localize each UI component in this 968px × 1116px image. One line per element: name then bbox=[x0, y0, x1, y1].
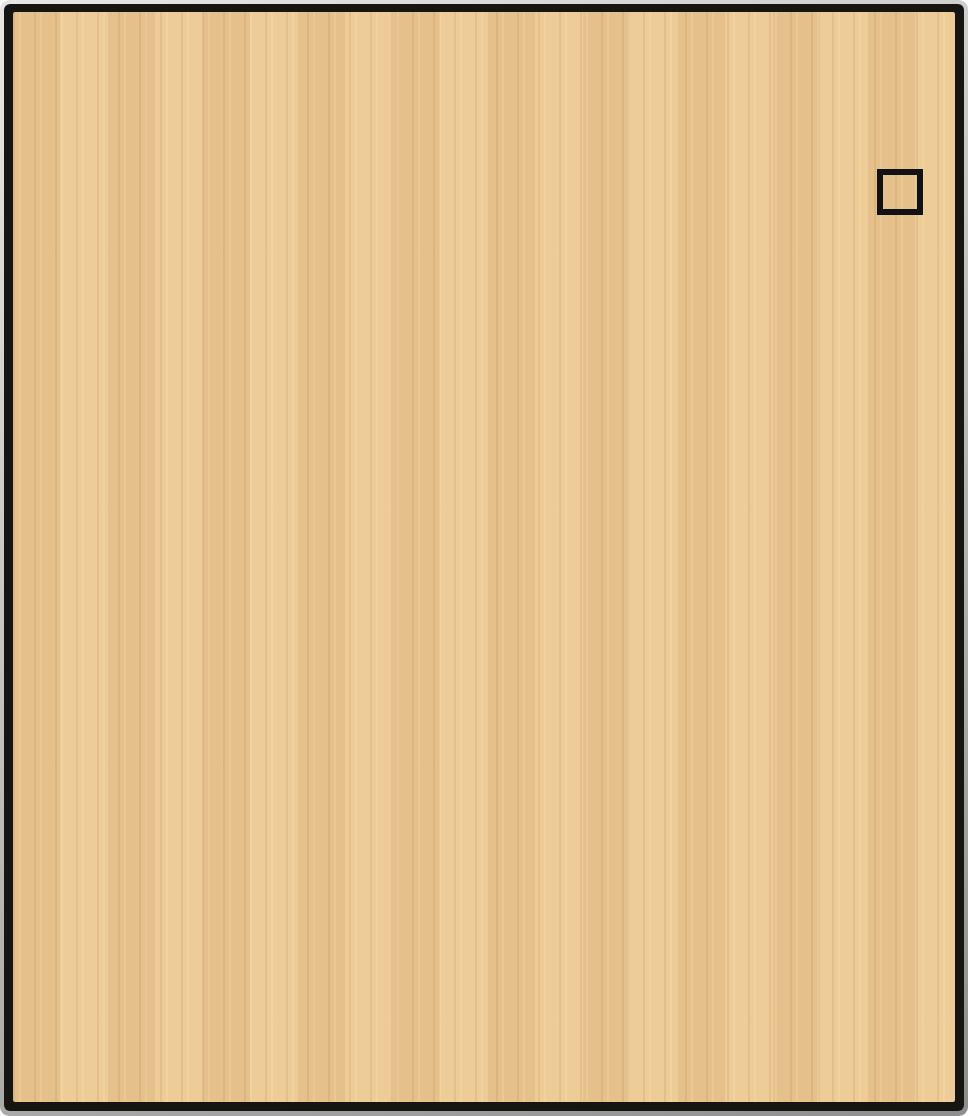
board-grid bbox=[0, 0, 968, 1116]
last-move-from-marker bbox=[877, 169, 923, 215]
xiangqi-board-screenshot bbox=[0, 0, 968, 1116]
